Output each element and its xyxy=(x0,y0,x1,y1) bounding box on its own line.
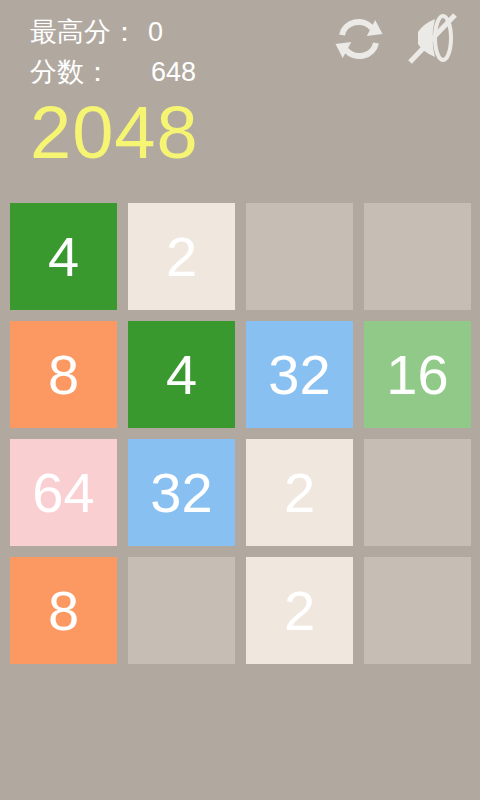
tile-64: 64 xyxy=(10,439,117,546)
restart-button[interactable] xyxy=(334,13,384,65)
tile-4: 4 xyxy=(10,203,117,310)
game-board[interactable]: 428432166432282 xyxy=(10,203,471,664)
score-label: 分数： xyxy=(30,52,111,92)
tile-16: 16 xyxy=(364,321,471,428)
empty-cell xyxy=(364,557,471,664)
empty-cell xyxy=(364,203,471,310)
tile-32: 32 xyxy=(246,321,353,428)
game-title: 2048 xyxy=(30,96,199,170)
best-score-value: 0 xyxy=(148,12,163,52)
tile-2: 2 xyxy=(246,557,353,664)
tile-32: 32 xyxy=(128,439,235,546)
refresh-icon xyxy=(334,13,384,65)
mute-button[interactable] xyxy=(402,9,462,69)
tile-2: 2 xyxy=(128,203,235,310)
tile-4: 4 xyxy=(128,321,235,428)
tile-2: 2 xyxy=(246,439,353,546)
empty-cell xyxy=(246,203,353,310)
game-screen: 最高分： 0 分数： 648 2048 428432166432282 xyxy=(0,0,480,800)
score-panel: 最高分： 0 分数： 648 xyxy=(30,12,196,92)
muted-speaker-icon xyxy=(402,9,462,69)
best-score-line: 最高分： 0 xyxy=(30,12,196,52)
empty-cell xyxy=(128,557,235,664)
current-score-line: 分数： 648 xyxy=(30,52,196,92)
tile-8: 8 xyxy=(10,557,117,664)
score-value: 648 xyxy=(151,52,196,92)
empty-cell xyxy=(364,439,471,546)
best-score-label: 最高分： xyxy=(30,12,138,52)
tile-8: 8 xyxy=(10,321,117,428)
